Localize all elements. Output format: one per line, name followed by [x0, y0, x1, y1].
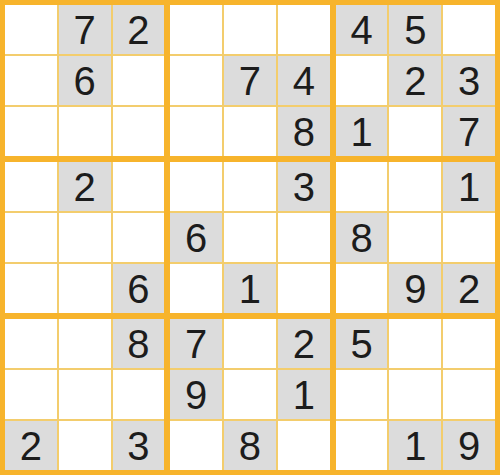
- cell-r2c2-given: 6: [59, 56, 111, 105]
- cell-r7c4-given: 7: [170, 319, 222, 368]
- cell-r8c6-given: 1: [278, 370, 330, 419]
- cell-r7c3-given: 8: [113, 319, 165, 368]
- cell-r5c4-given: 6: [170, 213, 222, 262]
- cell-r9c4-empty[interactable]: [170, 421, 222, 470]
- cell-r4c5-empty[interactable]: [224, 162, 276, 211]
- cell-r8c8-empty[interactable]: [389, 370, 441, 419]
- cell-r9c7-empty[interactable]: [336, 421, 388, 470]
- cell-r5c7-given: 8: [336, 213, 388, 262]
- cell-r1c6-empty[interactable]: [278, 5, 330, 54]
- cell-r2c3-empty[interactable]: [113, 56, 165, 105]
- cell-r7c8-empty[interactable]: [389, 319, 441, 368]
- cell-r9c5-given: 8: [224, 421, 276, 470]
- cell-r4c6-given: 3: [278, 162, 330, 211]
- cell-r4c8-empty[interactable]: [389, 162, 441, 211]
- cell-r6c8-given: 9: [389, 264, 441, 313]
- cell-r4c9-given: 1: [443, 162, 495, 211]
- cell-r9c9-given: 9: [443, 421, 495, 470]
- cell-r5c3-empty[interactable]: [113, 213, 165, 262]
- cell-r9c1-given: 2: [5, 421, 57, 470]
- cell-r6c9-given: 2: [443, 264, 495, 313]
- cell-r3c6-given: 8: [278, 107, 330, 156]
- cell-r3c5-empty[interactable]: [224, 107, 276, 156]
- cell-r8c7-empty[interactable]: [336, 370, 388, 419]
- cell-r2c8-given: 2: [389, 56, 441, 105]
- cell-r7c7-given: 5: [336, 319, 388, 368]
- box-3-3: 519: [336, 319, 495, 470]
- cell-r9c2-empty[interactable]: [59, 421, 111, 470]
- cell-r1c1-empty[interactable]: [5, 5, 57, 54]
- cell-r8c5-empty[interactable]: [224, 370, 276, 419]
- cell-r9c8-given: 1: [389, 421, 441, 470]
- cell-r5c8-empty[interactable]: [389, 213, 441, 262]
- cell-r9c3-given: 3: [113, 421, 165, 470]
- cell-r5c5-empty[interactable]: [224, 213, 276, 262]
- cell-r4c4-empty[interactable]: [170, 162, 222, 211]
- cell-r6c4-empty[interactable]: [170, 264, 222, 313]
- cell-r1c2-given: 7: [59, 5, 111, 54]
- cell-r5c9-empty[interactable]: [443, 213, 495, 262]
- cell-r8c2-empty[interactable]: [59, 370, 111, 419]
- cell-r3c3-empty[interactable]: [113, 107, 165, 156]
- box-2-2: 361: [170, 162, 329, 313]
- cell-r2c9-given: 3: [443, 56, 495, 105]
- cell-r6c3-given: 6: [113, 264, 165, 313]
- cell-r7c1-empty[interactable]: [5, 319, 57, 368]
- box-2-3: 1892: [336, 162, 495, 313]
- cell-r4c3-empty[interactable]: [113, 162, 165, 211]
- cell-r2c1-empty[interactable]: [5, 56, 57, 105]
- cell-r3c2-empty[interactable]: [59, 107, 111, 156]
- cell-r7c5-empty[interactable]: [224, 319, 276, 368]
- cell-r6c5-given: 1: [224, 264, 276, 313]
- cell-r2c4-empty[interactable]: [170, 56, 222, 105]
- cell-r4c7-empty[interactable]: [336, 162, 388, 211]
- cell-r1c4-empty[interactable]: [170, 5, 222, 54]
- cell-r5c1-empty[interactable]: [5, 213, 57, 262]
- cell-r8c3-empty[interactable]: [113, 370, 165, 419]
- cell-r1c8-given: 5: [389, 5, 441, 54]
- box-1-1: 726: [5, 5, 164, 156]
- box-1-2: 748: [170, 5, 329, 156]
- cell-r7c6-given: 2: [278, 319, 330, 368]
- cell-r2c7-empty[interactable]: [336, 56, 388, 105]
- cell-r9c6-empty[interactable]: [278, 421, 330, 470]
- box-2-1: 26: [5, 162, 164, 313]
- box-3-2: 72918: [170, 319, 329, 470]
- cell-r4c2-given: 2: [59, 162, 111, 211]
- cell-r1c7-given: 4: [336, 5, 388, 54]
- cell-r2c5-given: 7: [224, 56, 276, 105]
- cell-r4c1-empty[interactable]: [5, 162, 57, 211]
- cell-r8c4-given: 9: [170, 370, 222, 419]
- cell-r6c2-empty[interactable]: [59, 264, 111, 313]
- cell-r6c7-empty[interactable]: [336, 264, 388, 313]
- sudoku-board: 72674845231726361189282372918519: [0, 0, 500, 475]
- cell-r7c2-empty[interactable]: [59, 319, 111, 368]
- cell-r3c4-empty[interactable]: [170, 107, 222, 156]
- cell-r3c8-empty[interactable]: [389, 107, 441, 156]
- cell-r7c9-empty[interactable]: [443, 319, 495, 368]
- cell-r2c6-given: 4: [278, 56, 330, 105]
- cell-r6c1-empty[interactable]: [5, 264, 57, 313]
- cell-r5c6-empty[interactable]: [278, 213, 330, 262]
- cell-r8c1-empty[interactable]: [5, 370, 57, 419]
- cell-r1c5-empty[interactable]: [224, 5, 276, 54]
- cell-r8c9-empty[interactable]: [443, 370, 495, 419]
- box-3-1: 823: [5, 319, 164, 470]
- cell-r3c7-given: 1: [336, 107, 388, 156]
- cell-r1c3-given: 2: [113, 5, 165, 54]
- cell-r1c9-empty[interactable]: [443, 5, 495, 54]
- cell-r3c1-empty[interactable]: [5, 107, 57, 156]
- cell-r5c2-empty[interactable]: [59, 213, 111, 262]
- cell-r3c9-given: 7: [443, 107, 495, 156]
- box-1-3: 452317: [336, 5, 495, 156]
- cell-r6c6-empty[interactable]: [278, 264, 330, 313]
